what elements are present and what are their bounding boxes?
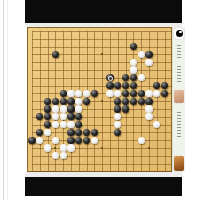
white-stone — [67, 144, 74, 151]
black-stone — [44, 121, 51, 128]
grid-line-h — [32, 164, 172, 165]
info-sidebar — [172, 27, 185, 172]
sidebar-vertical-label-1 — [177, 45, 181, 58]
black-stone — [130, 74, 137, 81]
black-stone — [122, 82, 129, 89]
top-letterbox-bar — [25, 0, 182, 23]
white-stone — [145, 90, 152, 97]
black-stone — [75, 137, 82, 144]
black-stone — [52, 51, 59, 58]
black-stone — [60, 98, 67, 105]
black-player-tile[interactable] — [174, 28, 184, 39]
white-stone — [106, 90, 113, 97]
black-stone — [114, 129, 121, 136]
white-stone — [67, 90, 74, 97]
white-stone — [145, 113, 152, 120]
black-stone — [52, 98, 59, 105]
black-stone — [106, 82, 113, 89]
black-stone — [114, 98, 121, 105]
white-stone — [75, 90, 82, 97]
white-stone — [145, 59, 152, 66]
white-stone — [52, 137, 59, 144]
black-stone — [91, 90, 98, 97]
black-stone — [145, 51, 152, 58]
black-stone — [122, 105, 129, 112]
white-stone — [36, 137, 43, 144]
white-stone — [60, 113, 67, 120]
black-stone — [67, 113, 74, 120]
black-stone — [130, 43, 137, 50]
black-stone — [44, 105, 51, 112]
bottom-letterbox-bar — [25, 177, 182, 196]
white-stone — [60, 144, 67, 151]
black-stone — [114, 82, 121, 89]
white-stone — [130, 59, 137, 66]
black-stone — [138, 98, 145, 105]
black-stone — [122, 90, 129, 97]
black-stone — [145, 98, 152, 105]
white-stone — [153, 121, 160, 128]
black-stone — [28, 137, 35, 144]
white-stone — [52, 113, 59, 120]
grid-line-v — [165, 31, 166, 171]
white-stone — [138, 74, 145, 81]
white-stone — [67, 121, 74, 128]
white-stone — [138, 51, 145, 58]
black-stone — [44, 98, 51, 105]
opponent-avatar[interactable] — [174, 90, 184, 103]
white-stone — [52, 105, 59, 112]
grid-line-v — [157, 31, 158, 171]
player-avatar[interactable] — [174, 156, 184, 171]
black-stone — [83, 129, 90, 136]
black-stone — [44, 113, 51, 120]
black-stone — [83, 98, 90, 105]
black-stone — [91, 129, 98, 136]
black-stone — [83, 137, 90, 144]
white-stone — [114, 90, 121, 97]
grid-line-v — [110, 31, 111, 171]
black-stone — [130, 98, 137, 105]
white-stone — [75, 105, 82, 112]
black-stone-yinyang-icon — [176, 30, 183, 37]
black-stone — [67, 129, 74, 136]
star-point — [148, 147, 150, 149]
black-stone — [161, 90, 168, 97]
black-stone — [153, 82, 160, 89]
last-move-marker — [108, 76, 113, 81]
black-stone — [122, 74, 129, 81]
white-stone — [75, 98, 82, 105]
black-stone — [67, 137, 74, 144]
white-stone — [153, 90, 160, 97]
black-stone — [75, 129, 82, 136]
white-stone — [91, 137, 98, 144]
black-stone — [36, 129, 43, 136]
white-stone — [60, 152, 67, 159]
black-stone — [114, 105, 121, 112]
black-stone — [106, 74, 113, 81]
black-stone — [161, 82, 168, 89]
black-stone — [67, 105, 74, 112]
white-stone — [44, 129, 51, 136]
black-stone — [138, 90, 145, 97]
go-app-screenshot: { "game": "go", "app": { "description": … — [0, 0, 200, 200]
black-stone — [75, 121, 82, 128]
white-stone — [60, 121, 67, 128]
white-stone — [83, 90, 90, 97]
white-stone — [138, 137, 145, 144]
black-stone — [122, 98, 129, 105]
white-stone — [114, 113, 121, 120]
white-stone — [114, 121, 121, 128]
grid-line-h — [32, 132, 172, 133]
black-stone — [67, 98, 74, 105]
white-stone — [52, 152, 59, 159]
black-stone — [36, 113, 43, 120]
sidebar-vertical-label-3 — [177, 112, 181, 138]
black-stone — [60, 90, 67, 97]
white-stone — [52, 121, 59, 128]
window-edge-line-2 — [7, 0, 8, 200]
white-stone — [145, 105, 152, 112]
black-stone — [75, 113, 82, 120]
black-stone — [130, 82, 137, 89]
white-stone — [44, 144, 51, 151]
sidebar-vertical-label-2 — [177, 66, 181, 84]
window-edge-line — [3, 0, 4, 200]
white-stone — [60, 105, 67, 112]
white-stone — [130, 66, 137, 73]
black-stone — [130, 90, 137, 97]
go-board[interactable] — [27, 27, 172, 172]
